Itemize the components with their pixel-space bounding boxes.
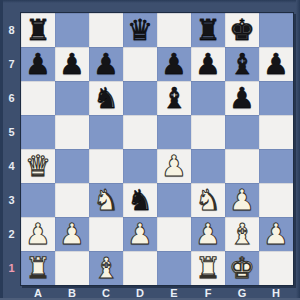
square-a2[interactable]: ♟ bbox=[21, 217, 55, 251]
square-h3[interactable] bbox=[259, 183, 293, 217]
square-a8[interactable]: ♜ bbox=[21, 13, 55, 47]
black-queen-d8[interactable]: ♛ bbox=[123, 13, 157, 47]
square-d6[interactable] bbox=[123, 81, 157, 115]
square-h1[interactable] bbox=[259, 251, 293, 285]
square-f6[interactable] bbox=[191, 81, 225, 115]
square-g8[interactable]: ♚ bbox=[225, 13, 259, 47]
black-pawn-h7[interactable]: ♟ bbox=[259, 47, 293, 81]
square-h6[interactable] bbox=[259, 81, 293, 115]
rank-label-4: 4 bbox=[0, 149, 21, 183]
square-h8[interactable] bbox=[259, 13, 293, 47]
square-h4[interactable] bbox=[259, 149, 293, 183]
square-h5[interactable] bbox=[259, 115, 293, 149]
black-rook-f8[interactable]: ♜ bbox=[191, 13, 225, 47]
square-f7[interactable]: ♟ bbox=[191, 47, 225, 81]
square-c1[interactable]: ♝ bbox=[89, 251, 123, 285]
square-d8[interactable]: ♛ bbox=[123, 13, 157, 47]
square-f1[interactable]: ♜ bbox=[191, 251, 225, 285]
square-d4[interactable] bbox=[123, 149, 157, 183]
square-b6[interactable] bbox=[55, 81, 89, 115]
square-g4[interactable] bbox=[225, 149, 259, 183]
white-knight-f3[interactable]: ♞ bbox=[191, 183, 225, 217]
white-pawn-d2[interactable]: ♟ bbox=[123, 217, 157, 251]
square-e1[interactable] bbox=[157, 251, 191, 285]
square-f5[interactable] bbox=[191, 115, 225, 149]
black-rook-a8[interactable]: ♜ bbox=[21, 13, 55, 47]
rank-label-1: 1 bbox=[0, 251, 21, 285]
frame-edge-top bbox=[0, 0, 300, 3]
white-pawn-f2[interactable]: ♟ bbox=[191, 217, 225, 251]
square-e2[interactable] bbox=[157, 217, 191, 251]
square-c4[interactable] bbox=[89, 149, 123, 183]
black-knight-d3[interactable]: ♞ bbox=[123, 183, 157, 217]
black-knight-c6[interactable]: ♞ bbox=[89, 81, 123, 115]
square-c7[interactable]: ♟ bbox=[89, 47, 123, 81]
white-queen-a4[interactable]: ♛ bbox=[21, 149, 55, 183]
square-c8[interactable] bbox=[89, 13, 123, 47]
square-e4[interactable]: ♟ bbox=[157, 149, 191, 183]
square-e8[interactable] bbox=[157, 13, 191, 47]
square-a3[interactable] bbox=[21, 183, 55, 217]
white-bishop-g2[interactable]: ♝ bbox=[225, 217, 259, 251]
square-e6[interactable]: ♝ bbox=[157, 81, 191, 115]
black-pawn-f7[interactable]: ♟ bbox=[191, 47, 225, 81]
square-c2[interactable] bbox=[89, 217, 123, 251]
rank-label-8: 8 bbox=[0, 13, 21, 47]
square-g7[interactable]: ♝ bbox=[225, 47, 259, 81]
square-a1[interactable]: ♜ bbox=[21, 251, 55, 285]
black-pawn-b7[interactable]: ♟ bbox=[55, 47, 89, 81]
file-label-d: D bbox=[123, 285, 157, 300]
white-pawn-e4[interactable]: ♟ bbox=[157, 149, 191, 183]
white-pawn-h2[interactable]: ♟ bbox=[259, 217, 293, 251]
rank-label-5: 5 bbox=[0, 115, 21, 149]
square-b5[interactable] bbox=[55, 115, 89, 149]
square-g2[interactable]: ♝ bbox=[225, 217, 259, 251]
black-pawn-c7[interactable]: ♟ bbox=[89, 47, 123, 81]
square-f2[interactable]: ♟ bbox=[191, 217, 225, 251]
square-d2[interactable]: ♟ bbox=[123, 217, 157, 251]
chess-board: ♜♛♜♚♟♟♟♟♟♝♟♞♝♟♛♟♞♞♞♟♟♟♟♟♝♟♜♝♜♚ bbox=[21, 13, 293, 285]
rank-labels: 87654321 bbox=[0, 13, 21, 285]
rank-label-3: 3 bbox=[0, 183, 21, 217]
square-h7[interactable]: ♟ bbox=[259, 47, 293, 81]
chess-board-widget: 87654321 ♜♛♜♚♟♟♟♟♟♝♟♞♝♟♛♟♞♞♞♟♟♟♟♟♝♟♜♝♜♚ … bbox=[0, 0, 300, 300]
file-label-f: F bbox=[191, 285, 225, 300]
white-rook-a1[interactable]: ♜ bbox=[21, 251, 55, 285]
file-label-a: A bbox=[21, 285, 55, 300]
square-b2[interactable]: ♟ bbox=[55, 217, 89, 251]
square-d7[interactable] bbox=[123, 47, 157, 81]
black-bishop-e6[interactable]: ♝ bbox=[157, 81, 191, 115]
black-pawn-g6[interactable]: ♟ bbox=[225, 81, 259, 115]
square-e7[interactable]: ♟ bbox=[157, 47, 191, 81]
square-d1[interactable] bbox=[123, 251, 157, 285]
white-bishop-c1[interactable]: ♝ bbox=[89, 251, 123, 285]
white-pawn-a2[interactable]: ♟ bbox=[21, 217, 55, 251]
square-b1[interactable] bbox=[55, 251, 89, 285]
square-c5[interactable] bbox=[89, 115, 123, 149]
black-pawn-e7[interactable]: ♟ bbox=[157, 47, 191, 81]
square-g6[interactable]: ♟ bbox=[225, 81, 259, 115]
square-c3[interactable]: ♞ bbox=[89, 183, 123, 217]
white-knight-c3[interactable]: ♞ bbox=[89, 183, 123, 217]
square-g3[interactable]: ♟ bbox=[225, 183, 259, 217]
square-b4[interactable] bbox=[55, 149, 89, 183]
square-a4[interactable]: ♛ bbox=[21, 149, 55, 183]
square-b8[interactable] bbox=[55, 13, 89, 47]
rank-label-2: 2 bbox=[0, 217, 21, 251]
black-bishop-g7[interactable]: ♝ bbox=[225, 47, 259, 81]
square-a6[interactable] bbox=[21, 81, 55, 115]
black-pawn-a7[interactable]: ♟ bbox=[21, 47, 55, 81]
square-a5[interactable] bbox=[21, 115, 55, 149]
white-king-g1[interactable]: ♚ bbox=[225, 251, 259, 285]
square-e5[interactable] bbox=[157, 115, 191, 149]
square-f4[interactable] bbox=[191, 149, 225, 183]
square-b3[interactable] bbox=[55, 183, 89, 217]
file-label-e: E bbox=[157, 285, 191, 300]
square-b7[interactable]: ♟ bbox=[55, 47, 89, 81]
square-f8[interactable]: ♜ bbox=[191, 13, 225, 47]
square-e3[interactable] bbox=[157, 183, 191, 217]
white-rook-f1[interactable]: ♜ bbox=[191, 251, 225, 285]
square-c6[interactable]: ♞ bbox=[89, 81, 123, 115]
square-h2[interactable]: ♟ bbox=[259, 217, 293, 251]
square-d5[interactable] bbox=[123, 115, 157, 149]
square-g5[interactable] bbox=[225, 115, 259, 149]
white-pawn-g3[interactable]: ♟ bbox=[225, 183, 259, 217]
square-g1[interactable]: ♚ bbox=[225, 251, 259, 285]
file-label-b: B bbox=[55, 285, 89, 300]
file-label-g: G bbox=[225, 285, 259, 300]
file-label-c: C bbox=[89, 285, 123, 300]
frame-edge-right bbox=[296, 0, 300, 300]
square-d3[interactable]: ♞ bbox=[123, 183, 157, 217]
file-labels: ABCDEFGH bbox=[21, 285, 293, 300]
rank-label-6: 6 bbox=[0, 81, 21, 115]
file-label-h: H bbox=[259, 285, 293, 300]
black-king-g8[interactable]: ♚ bbox=[225, 13, 259, 47]
rank-label-7: 7 bbox=[0, 47, 21, 81]
white-pawn-b2[interactable]: ♟ bbox=[55, 217, 89, 251]
square-f3[interactable]: ♞ bbox=[191, 183, 225, 217]
square-a7[interactable]: ♟ bbox=[21, 47, 55, 81]
